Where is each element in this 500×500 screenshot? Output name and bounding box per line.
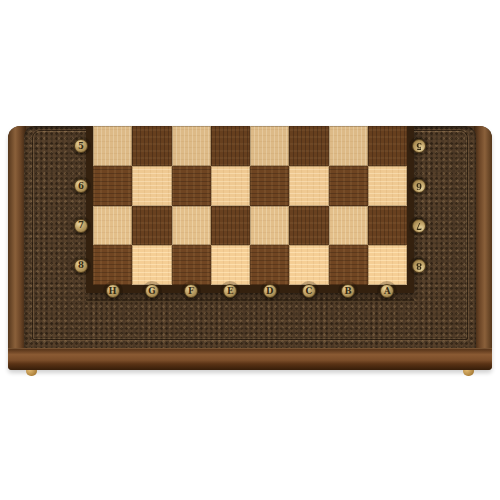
- rank-label-left-5: 5: [74, 139, 88, 153]
- square-g8: [132, 245, 171, 285]
- chessboard: [93, 126, 407, 285]
- square-d8: [250, 245, 289, 285]
- rank-label-right-6: 6: [412, 179, 426, 193]
- square-c6: [289, 166, 328, 206]
- square-a5: [368, 126, 407, 166]
- square-h8: [93, 245, 132, 285]
- square-c5: [289, 126, 328, 166]
- square-h6: [93, 166, 132, 206]
- square-h5: [93, 126, 132, 166]
- rank-label-right-5: 5: [412, 139, 426, 153]
- square-h7: [93, 206, 132, 246]
- base-molding: [8, 348, 492, 370]
- square-a6: [368, 166, 407, 206]
- file-label-d: D: [263, 284, 277, 298]
- case-right-edge: [474, 126, 492, 348]
- rank-label-left-8: 8: [74, 259, 88, 273]
- square-b5: [329, 126, 368, 166]
- square-e6: [211, 166, 250, 206]
- rank-label-right-8: 8: [412, 259, 426, 273]
- file-label-b: B: [341, 284, 355, 298]
- square-f5: [172, 126, 211, 166]
- frame-groove: [86, 299, 414, 302]
- square-g6: [132, 166, 171, 206]
- square-b7: [329, 206, 368, 246]
- square-e5: [211, 126, 250, 166]
- square-c7: [289, 206, 328, 246]
- square-f7: [172, 206, 211, 246]
- rank-label-left-6: 6: [74, 179, 88, 193]
- square-b8: [329, 245, 368, 285]
- file-label-f: F: [184, 284, 198, 298]
- file-label-g: G: [145, 284, 159, 298]
- chessboard-frame: [86, 126, 414, 293]
- square-d7: [250, 206, 289, 246]
- square-f8: [172, 245, 211, 285]
- square-g5: [132, 126, 171, 166]
- square-g7: [132, 206, 171, 246]
- rank-label-left-7: 7: [74, 219, 88, 233]
- square-a8: [368, 245, 407, 285]
- file-label-h: H: [106, 284, 120, 298]
- square-d5: [250, 126, 289, 166]
- chess-case: 56785678HGFEDCBA: [8, 126, 492, 370]
- file-label-c: C: [302, 284, 316, 298]
- square-f6: [172, 166, 211, 206]
- square-d6: [250, 166, 289, 206]
- square-a7: [368, 206, 407, 246]
- square-c8: [289, 245, 328, 285]
- square-e8: [211, 245, 250, 285]
- rank-label-right-7: 7: [412, 219, 426, 233]
- square-e7: [211, 206, 250, 246]
- square-b6: [329, 166, 368, 206]
